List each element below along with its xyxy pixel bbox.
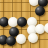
go-stone-white: [29, 0, 39, 6]
go-stone-black: [6, 36, 16, 46]
go-board[interactable]: [0, 0, 48, 48]
go-stone-white: [28, 33, 38, 43]
go-stone-black: [35, 6, 45, 16]
go-stone-white: [16, 34, 26, 44]
go-stone-black: [17, 17, 27, 27]
